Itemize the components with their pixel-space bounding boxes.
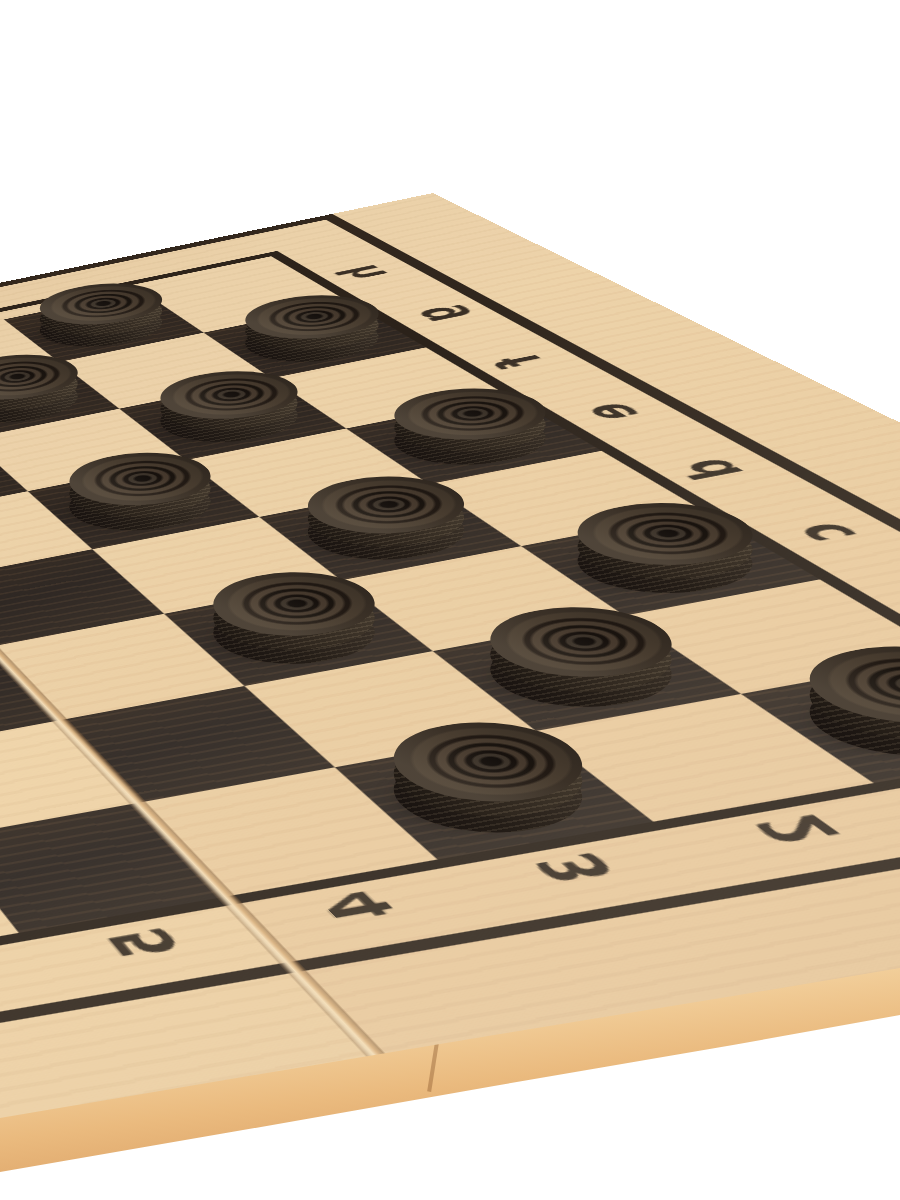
photo-stage: abcdefgh12345678 bbox=[0, 0, 900, 1200]
checker-piece[interactable] bbox=[0, 0, 900, 1200]
